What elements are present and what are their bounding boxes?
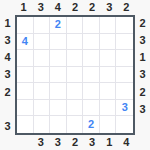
board-cell[interactable]	[83, 83, 100, 100]
board-cell[interactable]	[67, 116, 84, 133]
clue-left-7: 3	[0, 118, 15, 135]
clue-bottom-3: 3	[49, 135, 66, 150]
board-grid: 2432	[15, 15, 135, 135]
board-cell[interactable]	[67, 50, 84, 67]
board-cell[interactable]	[67, 83, 84, 100]
board-cell[interactable]	[67, 67, 84, 84]
clue-bottom-2: 3	[32, 135, 49, 150]
clue-right-3: 1	[135, 49, 150, 66]
clue-bottom-6: 1	[101, 135, 118, 150]
clue-right-5: 2	[135, 84, 150, 101]
board-cell[interactable]	[116, 83, 133, 100]
board-cell[interactable]	[34, 67, 51, 84]
board-cell[interactable]	[50, 116, 67, 133]
clue-right-7	[135, 118, 150, 135]
board-cell[interactable]	[83, 34, 100, 51]
clue-right-2: 3	[135, 32, 150, 49]
board-cell[interactable]	[116, 17, 133, 34]
clue-top-6: 3	[101, 0, 118, 15]
board-cell[interactable]	[50, 34, 67, 51]
clue-top-3: 4	[49, 0, 66, 15]
board-cell[interactable]: 2	[83, 116, 100, 133]
board-cell[interactable]	[100, 83, 117, 100]
board-cell[interactable]	[17, 100, 34, 117]
board-cell[interactable]	[34, 116, 51, 133]
board-cell[interactable]	[17, 67, 34, 84]
board-cell[interactable]	[34, 100, 51, 117]
board-cell[interactable]	[116, 116, 133, 133]
clue-right-4: 3	[135, 66, 150, 83]
board-cell[interactable]	[34, 50, 51, 67]
clue-bottom-7: 4	[118, 135, 135, 150]
board-cell[interactable]: 2	[50, 17, 67, 34]
board-cell[interactable]	[100, 17, 117, 34]
clue-left-4: 3	[0, 66, 15, 83]
board-cell[interactable]	[67, 100, 84, 117]
board-cell[interactable]	[17, 50, 34, 67]
board-cell[interactable]	[100, 50, 117, 67]
board-cell[interactable]	[17, 116, 34, 133]
clue-left-2: 3	[0, 32, 15, 49]
clue-bottom-5: 3	[84, 135, 101, 150]
clue-top-2: 3	[32, 0, 49, 15]
clue-left-3: 4	[0, 49, 15, 66]
clue-bottom-1	[15, 135, 32, 150]
board-cell[interactable]	[83, 50, 100, 67]
clue-left-6	[0, 101, 15, 118]
board-cell[interactable]	[116, 34, 133, 51]
board-cell[interactable]	[67, 17, 84, 34]
board-cell[interactable]	[50, 67, 67, 84]
board-cell[interactable]	[34, 17, 51, 34]
left-clues: 134323	[0, 15, 15, 135]
board-cell[interactable]	[100, 34, 117, 51]
clue-right-6: 3	[135, 101, 150, 118]
bottom-clues: 332314	[15, 135, 135, 150]
board-cell[interactable]	[17, 17, 34, 34]
board-cell[interactable]	[34, 34, 51, 51]
board-cell[interactable]	[100, 116, 117, 133]
clue-top-4: 2	[66, 0, 83, 15]
board-cell[interactable]	[83, 67, 100, 84]
board-cell[interactable]	[100, 100, 117, 117]
board-cell[interactable]	[50, 100, 67, 117]
board-cell[interactable]	[83, 100, 100, 117]
board-cell[interactable]	[116, 67, 133, 84]
board-cell[interactable]	[50, 50, 67, 67]
clue-right-1: 2	[135, 15, 150, 32]
clue-top-5: 2	[84, 0, 101, 15]
top-clues: 1342232	[15, 0, 135, 15]
board-cell[interactable]	[83, 17, 100, 34]
skyscrapers-puzzle: 1342232 134323 2432 231323 332314	[0, 0, 150, 150]
board-cell[interactable]	[100, 67, 117, 84]
board-cell[interactable]	[67, 34, 84, 51]
board-cell[interactable]	[34, 83, 51, 100]
right-clues: 231323	[135, 15, 150, 135]
board-cell[interactable]	[50, 83, 67, 100]
clue-top-7: 2	[118, 0, 135, 15]
clue-left-1: 1	[0, 15, 15, 32]
clue-left-5: 2	[0, 84, 15, 101]
board-cell[interactable]	[17, 83, 34, 100]
board-cell[interactable]: 3	[116, 100, 133, 117]
clue-top-1: 1	[15, 0, 32, 15]
board-cell[interactable]: 4	[17, 34, 34, 51]
board-cell[interactable]	[116, 50, 133, 67]
clue-bottom-4: 2	[66, 135, 83, 150]
